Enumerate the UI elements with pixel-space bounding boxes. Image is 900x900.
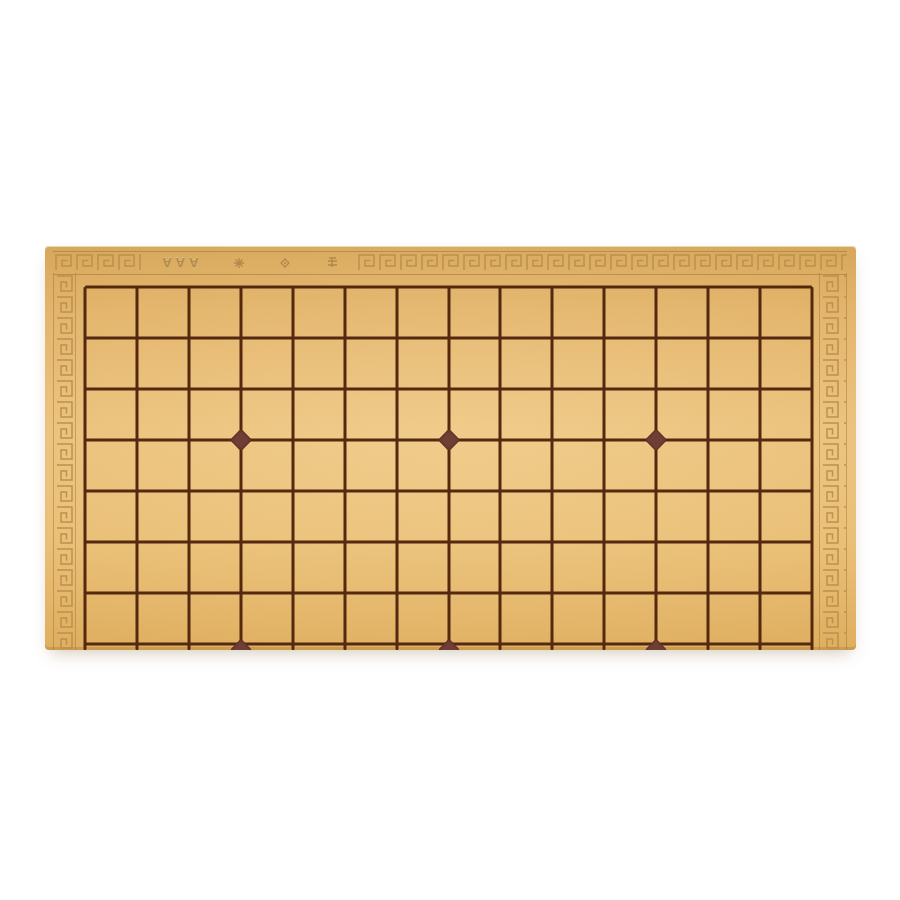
grid-line-vertical <box>135 287 138 650</box>
meander-pattern-icon <box>820 273 846 650</box>
product-photo: AAA <box>0 0 900 900</box>
meander-pattern-icon <box>54 273 75 650</box>
diamond-seal-icon <box>279 257 291 269</box>
grid-line-horizontal <box>85 286 812 289</box>
grid-line-vertical <box>84 287 87 650</box>
grid-line-horizontal <box>85 337 812 340</box>
border-band-right <box>819 273 847 650</box>
grid-line-vertical <box>291 287 294 650</box>
grid-line-vertical <box>343 287 346 650</box>
grid-line-vertical <box>239 287 242 650</box>
rice-star-seal-icon <box>233 257 245 269</box>
grid-line-vertical <box>187 287 190 650</box>
grid-line-horizontal <box>85 490 812 493</box>
gomoku-board: AAA <box>45 246 856 650</box>
character-seal-icon <box>326 257 339 270</box>
border-band-top: AAA <box>53 251 847 275</box>
border-band-left <box>53 273 76 650</box>
grid-line-horizontal <box>85 592 812 595</box>
grade-mark: AAA <box>158 257 198 270</box>
grid-line-vertical <box>395 287 398 650</box>
grid-line-horizontal <box>85 388 812 391</box>
grid-line-vertical <box>551 287 554 650</box>
grid-line-vertical <box>811 287 814 650</box>
star-point <box>437 429 460 452</box>
board-grid <box>85 287 812 644</box>
grid-line-vertical <box>759 287 762 650</box>
grid-line-vertical <box>655 287 658 650</box>
brand-engraving: AAA <box>141 252 356 274</box>
grid-line-vertical <box>707 287 710 650</box>
meander-pattern-icon <box>356 252 847 274</box>
grid-line-horizontal <box>85 541 812 544</box>
grid-line-vertical <box>603 287 606 650</box>
star-point <box>645 429 668 452</box>
star-point <box>229 429 252 452</box>
grid-line-vertical <box>447 287 450 650</box>
meander-pattern-icon <box>53 252 141 274</box>
grid-line-vertical <box>499 287 502 650</box>
